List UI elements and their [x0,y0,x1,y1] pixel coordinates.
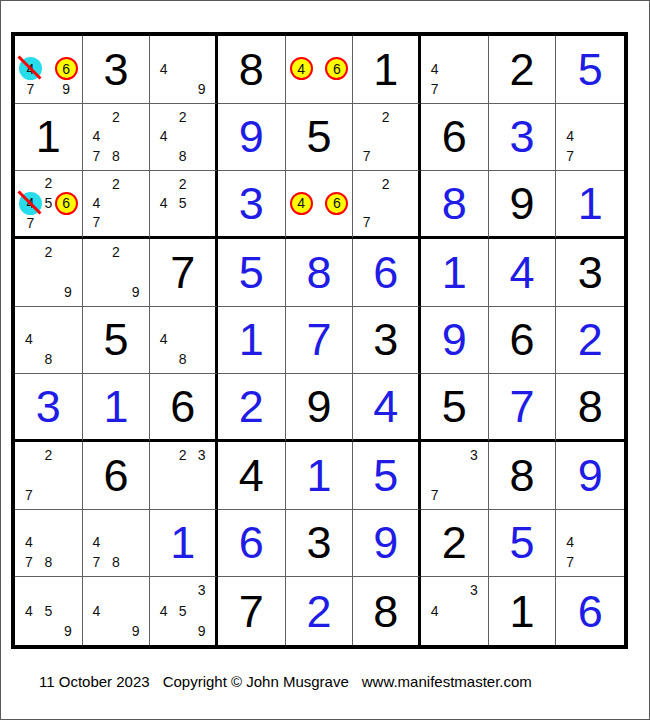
cell-r1c4[interactable]: 8 [218,36,286,104]
candidate-yellow-circled: 6 [325,57,348,80]
solved-digit: 6 [239,520,264,565]
candidate: 4 [154,601,173,621]
candidate: 4 [560,127,580,147]
cell-r8c9[interactable]: 47 [556,510,624,578]
given-digit: 8 [578,384,603,429]
candidate: 2 [39,445,59,465]
given-digit: 1 [373,47,398,92]
cell-r9c3[interactable]: 3459 [150,577,218,645]
cell-r9c1[interactable]: 459 [15,577,83,645]
cell-r5c3[interactable]: 48 [150,307,218,375]
solved-digit: 1 [306,453,331,498]
solved-digit: 7 [306,317,331,362]
solved-digit: 6 [373,250,398,295]
cell-r7c4[interactable]: 4 [218,442,286,510]
cell-r4c5[interactable]: 8 [286,239,354,307]
cell-r9c8[interactable]: 1 [489,577,557,645]
solved-digit: 9 [239,114,264,159]
candidate: 2 [376,174,395,193]
candidate: 7 [357,213,376,232]
cell-r1c5[interactable]: 46 [286,36,354,104]
cell-r9c4[interactable]: 7 [218,577,286,645]
pencil-marks: 27 [15,442,82,509]
cell-r6c1[interactable]: 3 [15,374,83,442]
given-digit: 6 [170,384,195,429]
solved-digit: 6 [578,589,603,634]
cell-r5c8[interactable]: 6 [489,307,557,375]
cell-r7c7[interactable]: 37 [421,442,489,510]
cell-r3c2[interactable]: 247 [83,171,151,239]
cell-r5c5[interactable]: 7 [286,307,354,375]
cell-r5c1[interactable]: 48 [15,307,83,375]
cell-r3c7[interactable]: 8 [421,171,489,239]
given-digit: 5 [306,114,331,159]
cell-r1c9[interactable]: 5 [556,36,624,104]
cell-r4c1[interactable]: 29 [15,239,83,307]
candidate: 2 [376,107,395,127]
cell-r9c9[interactable]: 6 [556,577,624,645]
solved-digit: 5 [509,520,534,565]
cell-r1c7[interactable]: 47 [421,36,489,104]
cell-r7c2[interactable]: 6 [83,442,151,510]
sudoku-page: 4679349846147251247824895276347245672472… [0,0,650,720]
cell-r2c5[interactable]: 5 [286,104,354,172]
candidate: 7 [19,80,42,98]
pencil-marks: 34 [421,577,488,645]
cell-r5c7[interactable]: 9 [421,307,489,375]
cell-r4c6[interactable]: 6 [353,239,421,307]
candidate-yellow-circled: 6 [55,192,78,215]
solved-digit: 2 [239,384,264,429]
cell-r3c5[interactable]: 46 [286,171,354,239]
cell-r8c7[interactable]: 2 [421,510,489,578]
solved-digit: 1 [442,250,467,295]
candidate: 2 [173,174,192,193]
cell-r3c4[interactable]: 3 [218,171,286,239]
cell-r6c6[interactable]: 4 [353,374,421,442]
cell-r9c5[interactable]: 2 [286,577,354,645]
pencil-marks: 23 [150,442,215,509]
candidate-yellow-circled: 4 [290,192,313,215]
pencil-marks: 27 [353,104,418,171]
cell-r8c8[interactable]: 5 [489,510,557,578]
pencil-marks: 46 [286,36,353,103]
candidate: 7 [560,552,580,572]
cell-r5c2[interactable]: 5 [83,307,151,375]
red-strike-line [17,190,41,214]
candidate: 7 [19,485,39,505]
cell-r4c7[interactable]: 1 [421,239,489,307]
cell-r8c6[interactable]: 9 [353,510,421,578]
solved-digit: 1 [239,317,264,362]
candidate: 3 [464,445,484,465]
given-digit: 3 [306,520,331,565]
candidate: 2 [106,174,126,193]
pencil-marks: 48 [150,307,215,374]
given-digit: 3 [103,47,128,92]
cell-r7c8[interactable]: 8 [489,442,557,510]
solved-digit: 9 [578,453,603,498]
given-digit: 8 [239,47,264,92]
candidate: 3 [192,580,211,600]
red-strike-line [17,56,41,80]
candidate: 7 [87,552,107,572]
footer-copyright: Copyright © John Musgrave [163,673,349,690]
candidate: 4 [19,330,39,350]
given-digit: 8 [509,453,534,498]
candidate: 9 [58,621,78,641]
given-digit: 3 [578,250,603,295]
cell-r1c2[interactable]: 3 [83,36,151,104]
candidate: 7 [87,146,107,166]
cell-r2c9[interactable]: 47 [556,104,624,172]
cell-r8c4[interactable]: 6 [218,510,286,578]
cell-r6c2[interactable]: 1 [83,374,151,442]
cell-r4c3[interactable]: 7 [150,239,218,307]
given-digit: 5 [442,384,467,429]
cell-r1c1[interactable]: 4679 [15,36,83,104]
cell-r4c2[interactable]: 29 [83,239,151,307]
pencil-marks: 47 [556,510,624,577]
candidate: 8 [106,146,126,166]
cell-r7c6[interactable]: 5 [353,442,421,510]
solved-digit: 9 [442,317,467,362]
candidate: 4 [19,533,39,553]
cell-r5c4[interactable]: 1 [218,307,286,375]
solved-digit: 5 [578,47,603,92]
cell-r2c1[interactable]: 1 [15,104,83,172]
candidate-cyan-struck: 4 [19,192,42,215]
cell-r3c9[interactable]: 1 [556,171,624,239]
cell-r7c1[interactable]: 27 [15,442,83,510]
candidate: 4 [560,533,580,553]
candidate: 8 [39,349,59,369]
given-digit: 9 [509,181,534,226]
solved-digit: 8 [306,250,331,295]
candidate: 9 [192,621,211,641]
candidate-yellow-circled: 4 [290,57,313,80]
cell-r2c4[interactable]: 9 [218,104,286,172]
pencil-marks: 46 [286,171,353,236]
pencil-marks: 37 [421,442,488,509]
candidate: 9 [192,79,211,99]
cell-r9c6[interactable]: 8 [353,577,421,645]
candidate: 4 [19,601,39,621]
candidate: 7 [425,485,445,505]
cell-r7c5[interactable]: 1 [286,442,354,510]
solved-digit: 7 [509,384,534,429]
cell-r1c3[interactable]: 49 [150,36,218,104]
cell-r1c6[interactable]: 1 [353,36,421,104]
candidate: 2 [173,445,192,465]
candidate: 2 [106,107,126,127]
cell-r2c3[interactable]: 248 [150,104,218,172]
candidate: 4 [425,601,445,621]
given-digit: 7 [239,589,264,634]
candidate: 5 [173,601,192,621]
candidate: 5 [39,601,59,621]
cell-r8c1[interactable]: 478 [15,510,83,578]
cell-r4c8[interactable]: 4 [489,239,557,307]
candidate: 7 [357,146,376,166]
cell-r4c9[interactable]: 3 [556,239,624,307]
solved-digit: 5 [239,250,264,295]
cell-r6c8[interactable]: 7 [489,374,557,442]
pencil-marks: 29 [83,239,150,306]
cell-r3c3[interactable]: 245 [150,171,218,239]
candidate: 7 [87,213,107,232]
given-digit: 7 [170,250,195,295]
cell-r2c6[interactable]: 27 [353,104,421,172]
candidate: 4 [154,59,173,79]
cell-r8c3[interactable]: 1 [150,510,218,578]
given-digit: 1 [509,589,534,634]
pencil-marks: 4679 [15,36,82,103]
given-digit: 4 [239,453,264,498]
pencil-marks: 2478 [83,104,150,171]
sudoku-board: 4679349846147251247824895276347245672472… [11,32,628,649]
given-digit: 2 [509,47,534,92]
candidate: 3 [192,445,211,465]
candidate: 7 [19,215,42,232]
cell-r2c2[interactable]: 2478 [83,104,151,172]
solved-digit: 1 [103,384,128,429]
candidate: 2 [39,242,59,262]
cell-r1c8[interactable]: 2 [489,36,557,104]
cell-r9c7[interactable]: 34 [421,577,489,645]
solved-digit: 2 [578,317,603,362]
cell-r3c8[interactable]: 9 [489,171,557,239]
candidate: 9 [126,282,146,302]
candidate: 5 [173,194,192,213]
given-digit: 6 [103,453,128,498]
solved-digit: 3 [36,384,61,429]
given-digit: 8 [373,589,398,634]
cell-r6c9[interactable]: 8 [556,374,624,442]
solved-digit: 5 [373,453,398,498]
pencil-marks: 49 [150,36,215,103]
candidate: 7 [560,146,580,166]
candidate: 8 [39,552,59,572]
pencil-marks: 27 [353,171,418,236]
pencil-marks: 47 [421,36,488,103]
given-digit: 5 [103,317,128,362]
candidate: 4 [87,127,107,147]
cell-r5c9[interactable]: 2 [556,307,624,375]
candidate: 8 [173,349,192,369]
cell-r3c6[interactable]: 27 [353,171,421,239]
pencil-marks: 24567 [15,171,82,236]
candidate: 2 [106,242,126,262]
solved-digit: 2 [306,589,331,634]
given-digit: 6 [442,114,467,159]
candidate: 4 [87,194,107,213]
candidate-yellow-circled: 6 [55,57,78,80]
solved-digit: 1 [578,181,603,226]
cell-r3c1[interactable]: 24567 [15,171,83,239]
footer-date: 11 October 2023 [39,673,150,690]
cell-r6c5[interactable]: 9 [286,374,354,442]
candidate: 5 [42,192,55,215]
pencil-marks: 47 [556,104,624,171]
candidate: 2 [173,107,192,127]
cell-r6c7[interactable]: 5 [421,374,489,442]
given-digit: 6 [509,317,534,362]
solved-digit: 8 [442,181,467,226]
cell-r4c4[interactable]: 5 [218,239,286,307]
pencil-marks: 29 [15,239,82,306]
cell-r7c3[interactable]: 23 [150,442,218,510]
footer-website: www.manifestmaster.com [362,673,532,690]
solved-digit: 9 [373,520,398,565]
candidate: 7 [19,552,39,572]
candidate: 4 [154,330,173,350]
candidate: 4 [87,533,107,553]
solved-digit: 3 [239,181,264,226]
candidate: 4 [87,601,107,621]
given-digit: 2 [442,520,467,565]
cell-r2c7[interactable]: 6 [421,104,489,172]
solved-digit: 4 [373,384,398,429]
solved-digit: 3 [509,114,534,159]
given-digit: 1 [36,114,61,159]
cell-r2c8[interactable]: 3 [489,104,557,172]
candidate: 7 [425,79,445,99]
pencil-marks: 49 [83,577,150,645]
pencil-marks: 248 [150,104,215,171]
pencil-marks: 245 [150,171,215,236]
cell-r6c3[interactable]: 6 [150,374,218,442]
candidate-cyan-struck: 4 [19,57,42,80]
given-digit: 9 [306,384,331,429]
pencil-marks: 459 [15,577,82,645]
cell-r7c9[interactable]: 9 [556,442,624,510]
candidate: 2 [42,174,55,191]
candidate: 4 [154,194,173,213]
pencil-marks: 478 [15,510,82,577]
candidate: 9 [126,621,146,641]
candidate: 9 [58,282,78,302]
cell-r9c2[interactable]: 49 [83,577,151,645]
candidate: 9 [55,80,78,98]
footer: 11 October 2023 Copyright © John Musgrav… [39,671,532,691]
candidate: 8 [106,552,126,572]
solved-digit: 1 [170,520,195,565]
pencil-marks: 3459 [150,577,215,645]
given-digit: 3 [373,317,398,362]
cell-r8c2[interactable]: 478 [83,510,151,578]
candidate: 8 [173,146,192,166]
pencil-marks: 48 [15,307,82,374]
cell-r8c5[interactable]: 3 [286,510,354,578]
cell-r5c6[interactable]: 3 [353,307,421,375]
candidate: 4 [425,59,445,79]
candidate: 3 [464,580,484,600]
candidate-yellow-circled: 6 [325,192,348,215]
pencil-marks: 478 [83,510,150,577]
candidate: 4 [154,127,173,147]
cell-r6c4[interactable]: 2 [218,374,286,442]
pencil-marks: 247 [83,171,150,236]
solved-digit: 4 [509,250,534,295]
